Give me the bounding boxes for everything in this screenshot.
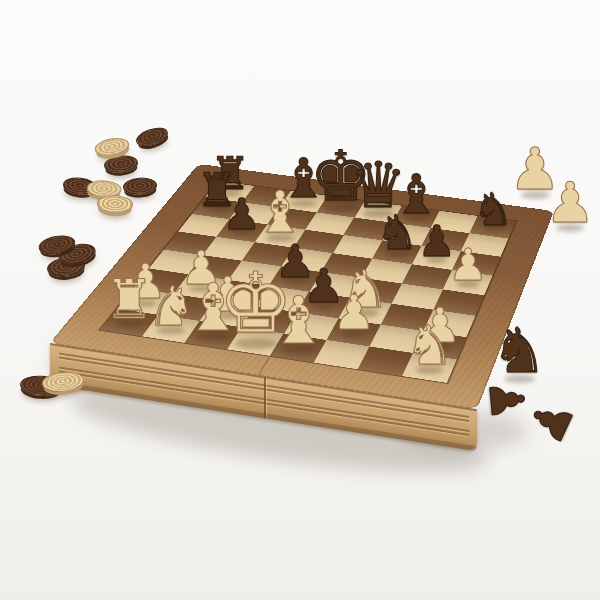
piece-shadow [556,224,584,232]
checker-dark-9 [56,240,97,267]
piece-shadow [504,375,535,384]
offboard-white-pawn-2: ♟ [545,175,595,231]
offboard-black-pawn-5: ♟ [520,391,582,450]
piece-shadow [496,399,519,405]
checker-dark-1 [134,124,170,150]
product-photo-scene: ♜♝♚♜♛♝♞♟♝♞♟♟♟♟♟♟♞♟♜♞♟♝♚♟♝♞ ♟♟♞♟♟ [0,0,600,600]
checker-dark-2 [62,176,98,196]
checker-light-4 [86,180,122,199]
checker-dark-8 [46,256,86,278]
piece-shadow [521,191,550,199]
checker-light-7 [93,136,130,159]
checker-dark-3 [122,176,157,195]
board-grid [100,181,516,383]
square-h1 [402,353,457,383]
checker-dark-6 [103,154,139,174]
offboard-white-pawn-1: ♟ [509,140,561,198]
checker-light-5 [97,195,134,214]
piece-shadow [539,420,563,427]
checker-dark-10 [37,233,77,257]
